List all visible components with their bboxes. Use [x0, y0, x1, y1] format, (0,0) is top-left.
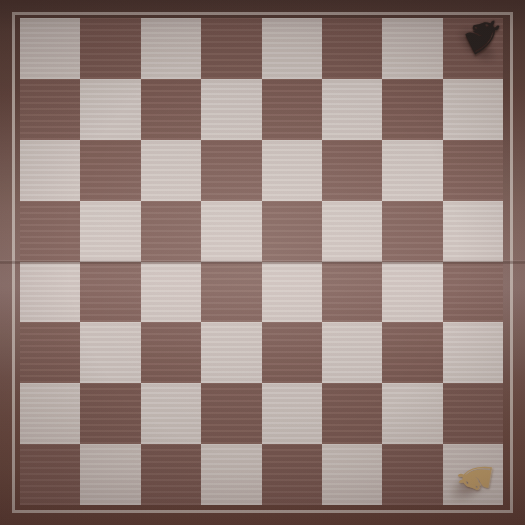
- square-c2[interactable]: [141, 383, 201, 444]
- square-e7[interactable]: [262, 79, 322, 140]
- square-d2[interactable]: [201, 383, 261, 444]
- square-a7[interactable]: [20, 79, 80, 140]
- square-h4[interactable]: [443, 262, 503, 323]
- square-h2[interactable]: [443, 383, 503, 444]
- square-d8[interactable]: [201, 18, 261, 79]
- square-e4[interactable]: [262, 262, 322, 323]
- square-a5[interactable]: [20, 201, 80, 262]
- board-photo: ♞ ♞: [0, 0, 525, 525]
- square-g5[interactable]: [382, 201, 442, 262]
- square-e1[interactable]: [262, 444, 322, 505]
- square-f7[interactable]: [322, 79, 382, 140]
- white-knight-icon: ♞: [450, 454, 500, 500]
- square-d3[interactable]: [201, 322, 261, 383]
- square-a6[interactable]: [20, 140, 80, 201]
- chessboard: ♞ ♞: [0, 0, 525, 525]
- square-c7[interactable]: [141, 79, 201, 140]
- square-e6[interactable]: [262, 140, 322, 201]
- square-e2[interactable]: [262, 383, 322, 444]
- square-f4[interactable]: [322, 262, 382, 323]
- square-f1[interactable]: [322, 444, 382, 505]
- square-a4[interactable]: [20, 262, 80, 323]
- square-f8[interactable]: [322, 18, 382, 79]
- square-g3[interactable]: [382, 322, 442, 383]
- square-f6[interactable]: [322, 140, 382, 201]
- square-c8[interactable]: [141, 18, 201, 79]
- white-knight-piece[interactable]: ♞: [450, 454, 500, 500]
- square-g7[interactable]: [382, 79, 442, 140]
- square-a2[interactable]: [20, 383, 80, 444]
- square-a8[interactable]: [20, 18, 80, 79]
- square-e3[interactable]: [262, 322, 322, 383]
- square-h3[interactable]: [443, 322, 503, 383]
- square-d6[interactable]: [201, 140, 261, 201]
- square-d1[interactable]: [201, 444, 261, 505]
- fold-seam: [0, 260, 525, 264]
- square-h7[interactable]: [443, 79, 503, 140]
- square-b3[interactable]: [80, 322, 140, 383]
- square-c4[interactable]: [141, 262, 201, 323]
- square-b8[interactable]: [80, 18, 140, 79]
- square-b1[interactable]: [80, 444, 140, 505]
- square-b2[interactable]: [80, 383, 140, 444]
- square-b6[interactable]: [80, 140, 140, 201]
- square-g2[interactable]: [382, 383, 442, 444]
- square-c6[interactable]: [141, 140, 201, 201]
- square-c1[interactable]: [141, 444, 201, 505]
- square-c3[interactable]: [141, 322, 201, 383]
- square-h5[interactable]: [443, 201, 503, 262]
- square-g8[interactable]: [382, 18, 442, 79]
- square-e8[interactable]: [262, 18, 322, 79]
- square-b7[interactable]: [80, 79, 140, 140]
- square-b4[interactable]: [80, 262, 140, 323]
- square-a1[interactable]: [20, 444, 80, 505]
- square-a3[interactable]: [20, 322, 80, 383]
- square-d4[interactable]: [201, 262, 261, 323]
- square-d5[interactable]: [201, 201, 261, 262]
- square-d7[interactable]: [201, 79, 261, 140]
- square-h6[interactable]: [443, 140, 503, 201]
- square-g6[interactable]: [382, 140, 442, 201]
- square-g4[interactable]: [382, 262, 442, 323]
- square-f3[interactable]: [322, 322, 382, 383]
- square-f5[interactable]: [322, 201, 382, 262]
- square-f2[interactable]: [322, 383, 382, 444]
- square-c5[interactable]: [141, 201, 201, 262]
- square-b5[interactable]: [80, 201, 140, 262]
- square-g1[interactable]: [382, 444, 442, 505]
- square-e5[interactable]: [262, 201, 322, 262]
